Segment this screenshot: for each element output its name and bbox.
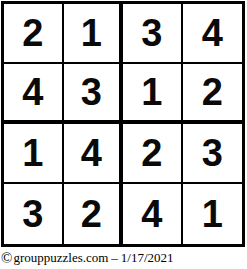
sudoku-cell-r3c1[interactable]: 1	[4, 124, 64, 184]
sudoku-cell-r3c4[interactable]: 3	[183, 124, 243, 184]
sudoku-cell-r2c1[interactable]: 4	[4, 64, 64, 124]
sudoku-cell-r4c4[interactable]: 1	[183, 184, 243, 244]
sudoku-cell-r1c4[interactable]: 4	[183, 4, 243, 64]
sudoku-cell-r2c3[interactable]: 1	[123, 64, 183, 124]
copyright-icon: ©	[1, 251, 12, 266]
sudoku-cell-r2c2[interactable]: 3	[64, 64, 124, 124]
sudoku-cell-r1c1[interactable]: 2	[4, 4, 64, 64]
sudoku-cell-r3c3[interactable]: 2	[123, 124, 183, 184]
sudoku-board: 2134431214233241	[1, 1, 245, 247]
puzzle-date: 1/17/2021	[121, 250, 174, 266]
sudoku-cell-r4c1[interactable]: 3	[4, 184, 64, 244]
site-name: grouppuzzles.com	[13, 250, 108, 266]
sudoku-cell-r1c3[interactable]: 3	[123, 4, 183, 64]
sudoku-cell-r4c2[interactable]: 2	[64, 184, 124, 244]
sudoku-cell-r1c2[interactable]: 1	[64, 4, 124, 64]
sudoku-cell-r3c2[interactable]: 4	[64, 124, 124, 184]
sudoku-cell-r2c4[interactable]: 2	[183, 64, 243, 124]
caption-dash: –	[111, 250, 118, 266]
footer-caption: © grouppuzzles.com – 1/17/2021	[1, 248, 246, 268]
sudoku-cell-r4c3[interactable]: 4	[123, 184, 183, 244]
